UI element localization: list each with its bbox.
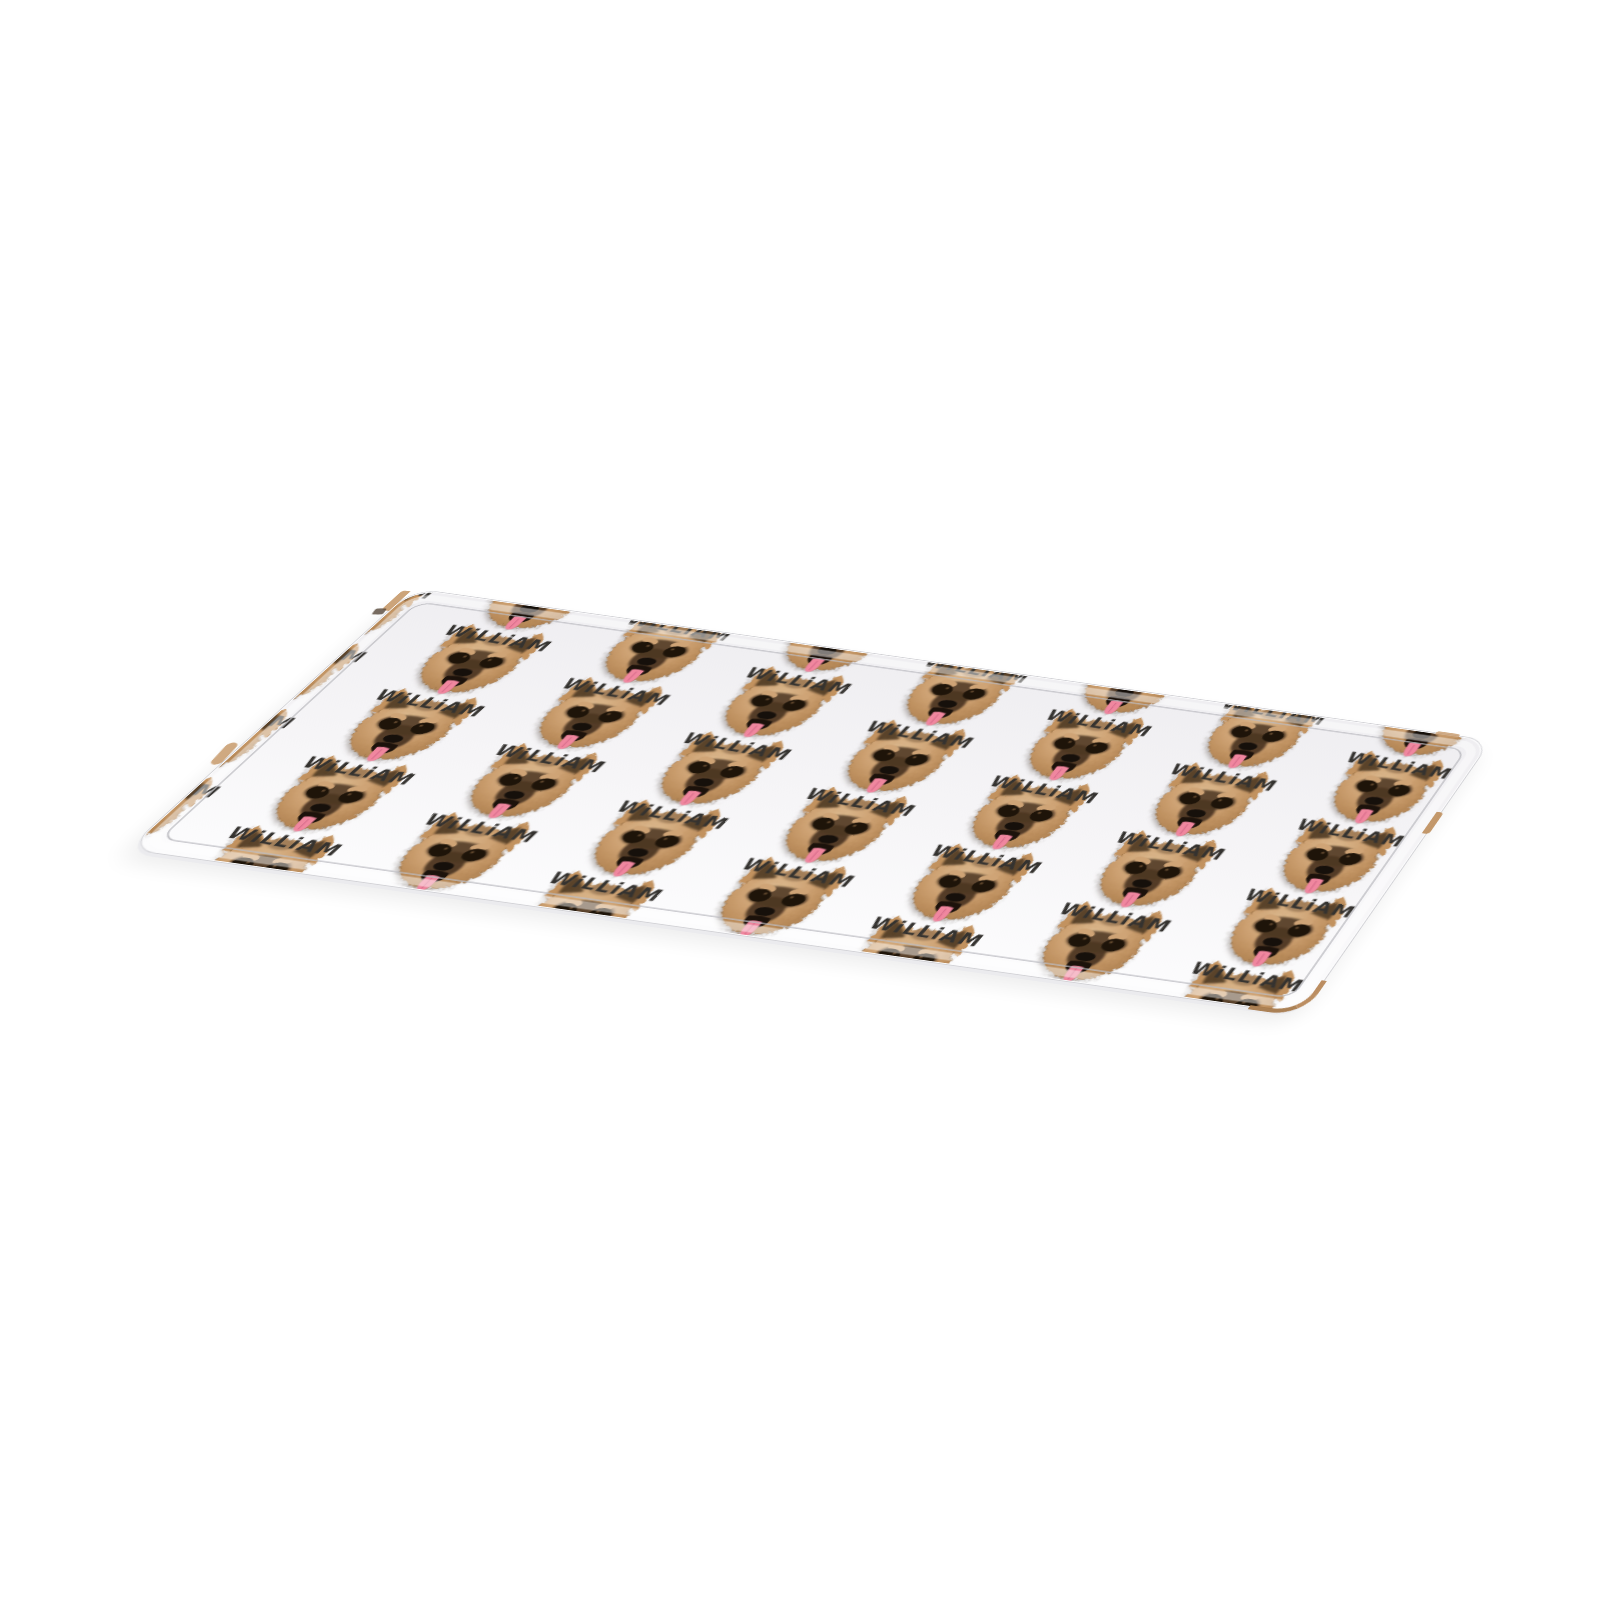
dog-pattern-graphic: WiLLiAM [130,590,1489,1013]
print-wrap-mark-left-text [371,608,387,614]
case-print-surface: WiLLiAM [130,590,1489,1013]
personalised-case: WiLLiAM [126,588,1492,1015]
product-photo-stage: WiLLiAM [0,0,1600,1600]
